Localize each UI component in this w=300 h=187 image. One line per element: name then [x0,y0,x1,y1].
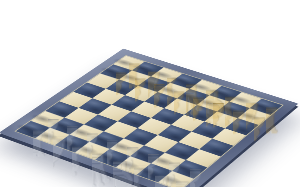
chess-set-product-photo: ♜♜♞♞♝♝♛♛♚♚♝♝♞♞♜♜♟♟♟♟♟♟♟♟♟♟♟♟♟♟♟♟♟♟♟♟♟♟♟♟… [0,0,300,187]
silver-rook-glyph: ♜ [133,145,219,186]
chess-board: ♜♜♞♞♝♝♛♛♚♚♝♝♞♞♜♜♟♟♟♟♟♟♟♟♟♟♟♟♟♟♟♟♟♟♟♟♟♟♟♟… [15,55,284,187]
scene-3d: ♜♜♞♞♝♝♛♛♚♚♝♝♞♞♜♜♟♟♟♟♟♟♟♟♟♟♟♟♟♟♟♟♟♟♟♟♟♟♟♟… [0,0,300,187]
gold-pawn-glyph: ♟ [214,87,294,121]
square-h1[interactable]: ♜♜ [158,171,193,187]
chess-board-frame: ♜♜♞♞♝♝♛♛♚♚♝♝♞♞♜♜♟♟♟♟♟♟♟♟♟♟♟♟♟♟♟♟♟♟♟♟♟♟♟♟… [0,49,298,187]
